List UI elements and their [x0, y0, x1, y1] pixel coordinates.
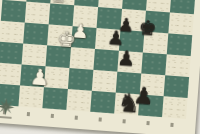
square-c5[interactable] — [49, 3, 75, 26]
square-f3[interactable]: ♟ — [117, 51, 143, 74]
square-h2[interactable] — [164, 75, 190, 98]
square-b2[interactable]: ♟ — [20, 64, 46, 87]
piece-white-pawn[interactable]: ♟ — [29, 66, 50, 89]
chess-board: ♜♟♚♚♟♟♟♟♞♟ — [0, 0, 199, 119]
square-a3[interactable] — [0, 42, 23, 65]
square-e4[interactable]: ♟ — [95, 28, 121, 51]
chess-mat: ♜♟♚♚♟♟♟♟♞♟ — [0, 0, 200, 134]
piece-black-pawn[interactable]: ♟ — [117, 48, 136, 69]
square-e1[interactable] — [90, 91, 116, 114]
square-a4[interactable] — [0, 21, 25, 44]
square-b3[interactable] — [22, 44, 48, 67]
photo-frame: ♜♟♚♚♟♟♟♟♞♟ — [0, 0, 200, 134]
square-h3[interactable] — [165, 54, 191, 77]
square-h4[interactable] — [167, 33, 193, 56]
piece-black-king[interactable]: ♚ — [138, 17, 157, 38]
piece-white-pawn[interactable]: ♟ — [71, 21, 89, 41]
square-a2[interactable] — [0, 63, 22, 86]
piece-black-pawn[interactable]: ♟ — [132, 84, 154, 108]
square-d1[interactable] — [66, 89, 92, 112]
square-e3[interactable] — [93, 49, 119, 72]
square-h1[interactable] — [162, 96, 188, 119]
square-e2[interactable] — [92, 70, 118, 93]
piece-white-rook[interactable]: ♜ — [51, 0, 67, 6]
square-g1[interactable]: ♟ — [138, 94, 164, 117]
square-h5[interactable] — [168, 12, 194, 35]
logo-caption-text — [0, 116, 12, 119]
compass-rose-icon — [0, 98, 15, 116]
square-a5[interactable] — [1, 0, 27, 23]
square-b5[interactable] — [25, 2, 51, 25]
square-c1[interactable] — [42, 87, 68, 110]
square-d2[interactable] — [68, 68, 94, 91]
square-g5[interactable]: ♚ — [144, 11, 170, 34]
square-b4[interactable] — [23, 23, 49, 46]
square-g3[interactable] — [141, 53, 167, 76]
square-c4[interactable]: ♚ — [47, 24, 73, 47]
